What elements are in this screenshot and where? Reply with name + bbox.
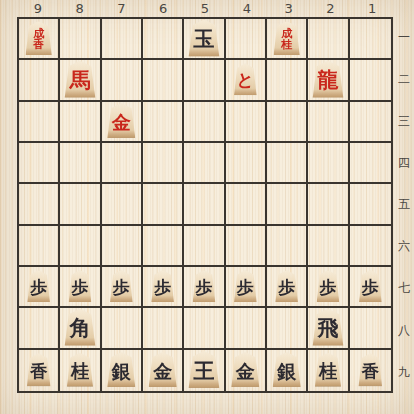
file-label-2: 2: [309, 0, 351, 17]
square-2-1[interactable]: [308, 19, 349, 60]
piece-銀-7-9[interactable]: 銀: [106, 352, 137, 387]
square-2-6[interactable]: [308, 226, 349, 267]
file-label-6: 6: [142, 0, 184, 17]
square-6-5[interactable]: [143, 184, 184, 225]
square-9-4[interactable]: [19, 143, 60, 184]
square-5-7[interactable]: 歩: [184, 267, 225, 308]
square-5-3[interactable]: [184, 102, 225, 143]
square-8-6[interactable]: [60, 226, 101, 267]
rank-label-3: 三: [394, 101, 414, 143]
file-label-4: 4: [226, 0, 268, 17]
square-7-7[interactable]: 歩: [102, 267, 143, 308]
square-9-8[interactable]: [19, 308, 60, 349]
square-9-1[interactable]: 成香: [19, 19, 60, 60]
piece-成桂-3-1[interactable]: 成桂: [272, 21, 301, 55]
piece-王-5-9[interactable]: 王: [187, 351, 221, 388]
rank-label-1: 一: [394, 17, 414, 59]
piece-桂-2-9[interactable]: 桂: [313, 353, 342, 387]
square-7-9[interactable]: 銀: [102, 350, 143, 391]
square-1-9[interactable]: 香: [350, 350, 391, 391]
square-4-9[interactable]: 金: [226, 350, 267, 391]
square-5-4[interactable]: [184, 143, 225, 184]
square-1-6[interactable]: [350, 226, 391, 267]
square-8-8[interactable]: 角: [60, 308, 101, 349]
rank-label-4: 四: [394, 142, 414, 184]
square-2-4[interactable]: [308, 143, 349, 184]
square-7-1[interactable]: [102, 19, 143, 60]
square-6-4[interactable]: [143, 143, 184, 184]
square-7-4[interactable]: [102, 143, 143, 184]
piece-歩-1-7[interactable]: 歩: [358, 270, 383, 302]
square-5-9[interactable]: 王: [184, 350, 225, 391]
rank-coordinate-labels: 一二三四五六七八九: [394, 17, 414, 393]
file-label-7: 7: [101, 0, 143, 17]
square-5-2[interactable]: [184, 60, 225, 101]
square-1-7[interactable]: 歩: [350, 267, 391, 308]
square-5-6[interactable]: [184, 226, 225, 267]
piece-歩-7-7[interactable]: 歩: [109, 270, 134, 302]
square-8-2[interactable]: 馬: [60, 60, 101, 101]
square-8-9[interactable]: 桂: [60, 350, 101, 391]
rank-label-7: 七: [394, 268, 414, 310]
square-3-7[interactable]: 歩: [267, 267, 308, 308]
piece-歩-5-7[interactable]: 歩: [191, 270, 216, 302]
piece-歩-2-7[interactable]: 歩: [315, 270, 340, 302]
square-1-1[interactable]: [350, 19, 391, 60]
square-3-9[interactable]: 銀: [267, 350, 308, 391]
piece-金-6-9[interactable]: 金: [147, 352, 178, 387]
file-label-9: 9: [17, 0, 59, 17]
rank-label-8: 八: [394, 309, 414, 351]
square-1-8[interactable]: [350, 308, 391, 349]
square-6-7[interactable]: 歩: [143, 267, 184, 308]
square-9-6[interactable]: [19, 226, 60, 267]
square-2-9[interactable]: 桂: [308, 350, 349, 391]
file-label-3: 3: [268, 0, 310, 17]
square-8-1[interactable]: [60, 19, 101, 60]
shogi-board[interactable]: 成香玉成桂馬と龍金歩歩歩歩歩歩歩歩歩角飛香桂銀金王金銀桂香: [17, 17, 393, 393]
square-1-3[interactable]: [350, 102, 391, 143]
square-7-5[interactable]: [102, 184, 143, 225]
piece-香-1-9[interactable]: 香: [357, 353, 383, 386]
square-3-5[interactable]: [267, 184, 308, 225]
piece-桂-8-9[interactable]: 桂: [65, 353, 94, 387]
square-4-8[interactable]: [226, 308, 267, 349]
square-9-5[interactable]: [19, 184, 60, 225]
piece-飛-2-8[interactable]: 飛: [311, 309, 345, 346]
rank-label-9: 九: [394, 351, 414, 393]
square-7-2[interactable]: [102, 60, 143, 101]
square-9-9[interactable]: 香: [19, 350, 60, 391]
square-2-8[interactable]: 飛: [308, 308, 349, 349]
rank-label-6: 六: [394, 226, 414, 268]
piece-玉-5-1[interactable]: 玉: [187, 19, 221, 56]
piece-成香-9-1[interactable]: 成香: [24, 21, 53, 55]
square-4-6[interactable]: [226, 226, 267, 267]
square-7-6[interactable]: [102, 226, 143, 267]
file-label-8: 8: [59, 0, 101, 17]
piece-銀-3-9[interactable]: 銀: [271, 352, 302, 387]
square-5-1[interactable]: 玉: [184, 19, 225, 60]
square-9-2[interactable]: [19, 60, 60, 101]
piece-香-9-9[interactable]: 香: [26, 353, 52, 386]
square-8-5[interactable]: [60, 184, 101, 225]
piece-金-7-3[interactable]: 金: [106, 103, 137, 138]
square-1-4[interactable]: [350, 143, 391, 184]
square-4-7[interactable]: 歩: [226, 267, 267, 308]
shogi-app-background: { "game": "shogi", "board": { "files": 9…: [0, 0, 414, 414]
square-1-5[interactable]: [350, 184, 391, 225]
square-6-8[interactable]: [143, 308, 184, 349]
square-8-7[interactable]: 歩: [60, 267, 101, 308]
square-6-9[interactable]: 金: [143, 350, 184, 391]
square-7-8[interactable]: [102, 308, 143, 349]
square-6-1[interactable]: [143, 19, 184, 60]
square-7-3[interactable]: 金: [102, 102, 143, 143]
piece-歩-4-7[interactable]: 歩: [233, 270, 258, 302]
square-3-4[interactable]: [267, 143, 308, 184]
square-3-1[interactable]: 成桂: [267, 19, 308, 60]
piece-歩-3-7[interactable]: 歩: [274, 270, 299, 302]
piece-龍-2-2[interactable]: 龍: [311, 61, 345, 98]
piece-歩-8-7[interactable]: 歩: [67, 270, 92, 302]
square-3-8[interactable]: [267, 308, 308, 349]
square-6-2[interactable]: [143, 60, 184, 101]
piece-角-8-8[interactable]: 角: [63, 309, 97, 346]
square-9-3[interactable]: [19, 102, 60, 143]
square-3-6[interactable]: [267, 226, 308, 267]
piece-歩-9-7[interactable]: 歩: [26, 270, 51, 302]
square-4-2[interactable]: と: [226, 60, 267, 101]
piece-金-4-9[interactable]: 金: [230, 352, 261, 387]
square-4-3[interactable]: [226, 102, 267, 143]
file-label-1: 1: [351, 0, 393, 17]
piece-歩-6-7[interactable]: 歩: [150, 270, 175, 302]
square-4-5[interactable]: [226, 184, 267, 225]
square-8-4[interactable]: [60, 143, 101, 184]
rank-label-2: 二: [394, 59, 414, 101]
square-4-1[interactable]: [226, 19, 267, 60]
piece-馬-8-2[interactable]: 馬: [63, 61, 97, 98]
square-3-2[interactable]: [267, 60, 308, 101]
square-2-3[interactable]: [308, 102, 349, 143]
square-5-8[interactable]: [184, 308, 225, 349]
square-8-3[interactable]: [60, 102, 101, 143]
square-2-7[interactable]: 歩: [308, 267, 349, 308]
square-9-7[interactable]: 歩: [19, 267, 60, 308]
square-2-5[interactable]: [308, 184, 349, 225]
square-1-2[interactable]: [350, 60, 391, 101]
square-4-4[interactable]: [226, 143, 267, 184]
file-coordinate-labels: 987654321: [17, 0, 393, 17]
file-label-5: 5: [184, 0, 226, 17]
rank-label-5: 五: [394, 184, 414, 226]
square-2-2[interactable]: 龍: [308, 60, 349, 101]
square-5-5[interactable]: [184, 184, 225, 225]
piece-と-4-2[interactable]: と: [233, 63, 258, 95]
square-6-3[interactable]: [143, 102, 184, 143]
square-6-6[interactable]: [143, 226, 184, 267]
square-3-3[interactable]: [267, 102, 308, 143]
